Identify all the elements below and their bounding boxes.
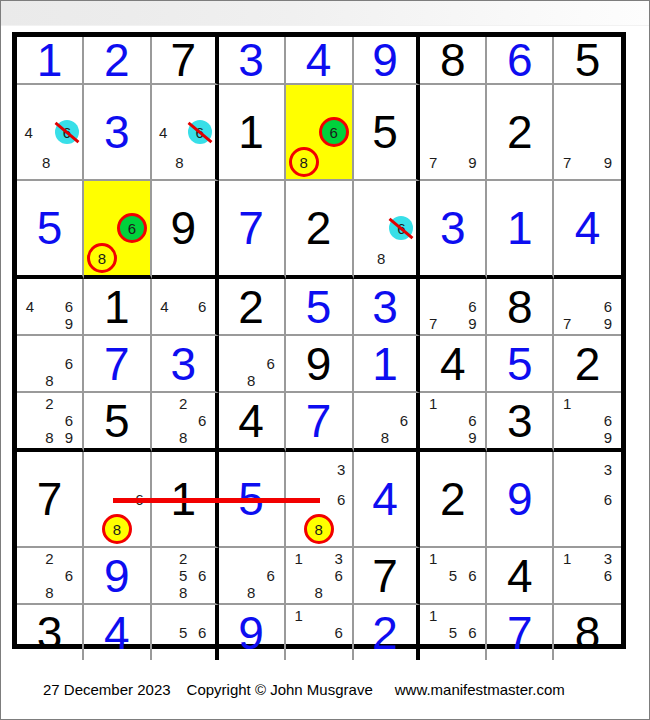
cell-r8c6[interactable]: 7 <box>354 548 421 605</box>
cell-value: 4 <box>238 398 264 444</box>
cell-r5c3[interactable]: 3 <box>152 336 219 393</box>
cell-value: 4 <box>306 37 332 83</box>
pencil-slot <box>357 412 376 429</box>
pencil-slot <box>117 183 147 213</box>
candidate-mark-elim: 6 <box>389 216 413 240</box>
cell-value: 4 <box>372 476 398 522</box>
pencil-slot <box>193 281 212 298</box>
pencil-slot <box>20 315 40 332</box>
pencil-slot <box>309 641 329 658</box>
footer-copyright: Copyright © John Musgrave <box>187 681 373 698</box>
pencil-slot <box>389 183 413 213</box>
cell-value: 1 <box>104 284 130 330</box>
pencil-slot: 9 <box>463 315 483 332</box>
pencil-slot: 8 <box>40 372 60 389</box>
cell-r3c5[interactable]: 2 <box>286 181 354 279</box>
cell-value: 9 <box>238 610 264 656</box>
pencil-slot: 6 <box>463 567 483 584</box>
cell-r2c3[interactable]: 468 <box>152 85 219 181</box>
cell-value: 7 <box>170 37 196 83</box>
pencil-slot <box>373 183 389 213</box>
pencil-slot: 8 <box>174 584 193 601</box>
pencil-slot: 6 <box>389 213 413 243</box>
pencil-slot: 8 <box>241 372 261 389</box>
cell-value: 7 <box>372 553 398 599</box>
pencil-slot <box>443 412 463 429</box>
pencil-marks: 156 <box>420 605 485 660</box>
pencil-slot <box>20 429 40 446</box>
pencil-slot <box>155 607 174 624</box>
pencil-slot: 6 <box>55 117 79 147</box>
pencil-slot <box>241 550 261 567</box>
cell-value: 4 <box>440 341 466 387</box>
pencil-slot: 7 <box>557 315 577 332</box>
cell-r5c8[interactable]: 5 <box>487 336 554 393</box>
pencil-slot <box>329 584 349 601</box>
cell-value: 8 <box>440 37 466 83</box>
cell-value: 3 <box>440 205 466 251</box>
pencil-slot <box>289 454 304 484</box>
pencil-slot <box>463 641 483 658</box>
pencil-slot: 6 <box>329 624 349 641</box>
pencil-slot: 4 <box>20 117 37 147</box>
cell-r2c5[interactable]: 68 <box>286 85 354 181</box>
pencil-marks: 68 <box>354 393 417 448</box>
cell-r2c8[interactable]: 2 <box>487 85 554 181</box>
cell-r2c1[interactable]: 468 <box>17 85 84 181</box>
cell-value: 7 <box>306 398 332 444</box>
cell-r4c8[interactable]: 8 <box>487 279 554 336</box>
cell-value: 9 <box>170 205 196 251</box>
pencil-slot <box>463 584 483 601</box>
cell-value: 5 <box>37 205 63 251</box>
pencil-slot <box>241 567 261 584</box>
pencil-slot <box>577 584 597 601</box>
pencil-slot <box>289 567 309 584</box>
pencil-marks: 679 <box>420 279 485 334</box>
pencil-slot: 6 <box>598 412 618 429</box>
cell-r4c9[interactable]: 679 <box>554 279 621 336</box>
pencil-slot <box>423 567 443 584</box>
pencil-slot <box>188 87 212 117</box>
pencil-slot <box>394 395 413 412</box>
cell-value: 2 <box>575 341 601 387</box>
pencil-slot: 5 <box>174 567 193 584</box>
cell-r7c6[interactable]: 4 <box>354 452 421 548</box>
cell-r9c2[interactable]: 4 <box>84 605 152 660</box>
pencil-slot <box>357 395 376 412</box>
pencil-slot <box>557 281 577 298</box>
cell-r8c7[interactable]: 156 <box>420 548 487 605</box>
pencil-slot <box>423 584 443 601</box>
pencil-slot <box>20 395 40 412</box>
cell-r7c7[interactable]: 2 <box>420 452 487 548</box>
cell-r1c4[interactable]: 3 <box>219 37 286 85</box>
pencil-slot <box>20 87 37 117</box>
pencil-slot <box>443 281 463 298</box>
cell-r2c2[interactable]: 3 <box>84 85 152 181</box>
pencil-slot: 9 <box>463 429 483 446</box>
candidate-mark-circle: 8 <box>87 243 117 273</box>
pencil-slot: 6 <box>319 117 349 147</box>
cell-value: 1 <box>37 37 63 83</box>
cell-r4c7[interactable]: 679 <box>420 279 487 336</box>
cell-r3c6[interactable]: 68 <box>354 181 421 279</box>
pencil-slot <box>577 315 597 332</box>
pencil-slot <box>174 412 193 429</box>
pencil-slot: 8 <box>373 243 389 273</box>
pencil-slot <box>155 550 174 567</box>
pencil-slot <box>394 429 413 446</box>
footer-website-link[interactable]: www.manifestmaster.com <box>395 681 565 698</box>
cell-r5c1[interactable]: 68 <box>17 336 84 393</box>
pencil-slot: 6 <box>598 484 618 514</box>
pencil-slot: 2 <box>174 550 193 567</box>
pencil-slot <box>577 147 597 177</box>
pencil-slot: 9 <box>59 315 79 332</box>
pencil-slot <box>59 281 79 298</box>
pencil-marks: 468 <box>152 85 215 179</box>
pencil-slot <box>598 87 618 117</box>
pencil-slot <box>557 298 577 315</box>
pencil-slot <box>171 87 187 117</box>
pencil-slot <box>577 429 597 446</box>
footer: 27 December 2023 Copyright © John Musgra… <box>43 681 649 698</box>
cell-value: 5 <box>104 398 130 444</box>
cell-r3c2[interactable]: 68 <box>84 181 152 279</box>
pencil-slot <box>222 584 242 601</box>
cell-r6c9[interactable]: 169 <box>554 393 621 452</box>
pencil-slot <box>463 281 483 298</box>
pencil-slot <box>193 641 212 658</box>
cell-r8c3[interactable]: 2568 <box>152 548 219 605</box>
pencil-slot <box>155 87 171 117</box>
pencil-slot: 5 <box>443 567 463 584</box>
pencil-slot <box>193 429 212 446</box>
pencil-slot <box>334 514 349 544</box>
pencil-slot <box>40 412 60 429</box>
pencil-slot: 3 <box>334 454 349 484</box>
cell-r7c1[interactable]: 7 <box>17 452 84 548</box>
cell-r8c9[interactable]: 136 <box>554 548 621 605</box>
cell-r2c7[interactable]: 79 <box>420 85 487 181</box>
cell-r2c6[interactable]: 5 <box>354 85 421 181</box>
pencil-slot <box>261 550 281 567</box>
candidate-mark-chain: 8 <box>304 514 334 544</box>
pencil-slot <box>20 412 40 429</box>
cell-value: 4 <box>575 205 601 251</box>
cell-r3c9[interactable]: 4 <box>554 181 621 279</box>
pencil-slot: 8 <box>171 147 187 177</box>
pencil-slot <box>174 281 193 298</box>
cell-r3c4[interactable]: 7 <box>219 181 286 279</box>
cell-r3c3[interactable]: 9 <box>152 181 219 279</box>
pencil-slot: 8 <box>376 429 395 446</box>
cell-r6c6[interactable]: 68 <box>354 393 421 452</box>
pencil-slot <box>598 584 618 601</box>
pencil-slot <box>357 213 373 243</box>
pencil-slot <box>598 281 618 298</box>
cell-r1c7[interactable]: 8 <box>420 37 487 85</box>
pencil-slot <box>376 395 395 412</box>
cell-r9c3[interactable]: 56 <box>152 605 219 660</box>
pencil-slot <box>319 87 349 117</box>
pencil-slot <box>37 117 54 147</box>
cell-r6c3[interactable]: 268 <box>152 393 219 452</box>
cell-r5c5[interactable]: 9 <box>286 336 354 393</box>
pencil-slot <box>155 395 174 412</box>
cell-value: 9 <box>104 553 130 599</box>
cell-r1c9[interactable]: 5 <box>554 37 621 85</box>
cell-value: 6 <box>507 37 533 83</box>
cell-value: 2 <box>306 205 332 251</box>
cell-value: 7 <box>507 610 533 656</box>
pencil-slot: 1 <box>289 550 309 567</box>
pencil-slot <box>155 641 174 658</box>
pencil-slot <box>222 550 242 567</box>
pencil-slot <box>20 550 40 567</box>
cell-r5c6[interactable]: 1 <box>354 336 421 393</box>
pencil-marks: 79 <box>554 85 621 179</box>
candidate-mark-circle: 8 <box>289 147 319 177</box>
pencil-slot <box>289 117 319 147</box>
pencil-slot <box>463 87 483 117</box>
cell-r4c5[interactable]: 5 <box>286 279 354 336</box>
pencil-slot <box>423 87 443 117</box>
pencil-slot <box>557 412 577 429</box>
pencil-slot <box>87 514 102 544</box>
candidate-mark-placed: 6 <box>319 117 349 147</box>
pencil-marks: 2689 <box>17 393 82 448</box>
cell-r9c1[interactable]: 3 <box>17 605 84 660</box>
pencil-slot: 9 <box>598 147 618 177</box>
pencil-slot: 9 <box>59 429 79 446</box>
cell-value: 5 <box>372 109 398 155</box>
pencil-slot <box>132 514 147 544</box>
cell-value: 2 <box>238 284 264 330</box>
pencil-slot <box>37 87 54 117</box>
pencil-slot <box>423 281 443 298</box>
pencil-slot <box>443 395 463 412</box>
cell-value: 3 <box>238 37 264 83</box>
pencil-slot <box>577 454 597 484</box>
cell-value: 3 <box>507 398 533 444</box>
pencil-slot: 8 <box>37 147 54 177</box>
cell-r6c4[interactable]: 4 <box>219 393 286 452</box>
cell-r8c5[interactable]: 1368 <box>286 548 354 605</box>
pencil-marks: 68 <box>219 336 284 391</box>
pencil-slot: 6 <box>463 412 483 429</box>
pencil-slot <box>171 117 187 147</box>
pencil-marks: 169 <box>554 393 621 448</box>
cell-r9c5[interactable]: 16 <box>286 605 354 660</box>
cell-r2c9[interactable]: 79 <box>554 85 621 181</box>
cell-r5c7[interactable]: 4 <box>420 336 487 393</box>
pencil-marks: 68 <box>219 548 284 603</box>
cell-value: 4 <box>104 610 130 656</box>
pencil-marks: 68 <box>84 181 150 275</box>
pencil-slot: 8 <box>289 147 319 177</box>
pencil-slot <box>309 624 329 641</box>
cell-r3c1[interactable]: 5 <box>17 181 84 279</box>
pencil-slot <box>87 183 117 213</box>
sudoku-board: 1273498654683468168579279568972683144691… <box>12 32 626 649</box>
pencil-slot <box>309 550 329 567</box>
pencil-slot: 6 <box>329 567 349 584</box>
pencil-slot: 6 <box>261 355 281 372</box>
pencil-slot: 6 <box>59 298 79 315</box>
pencil-marks: 136 <box>554 548 621 603</box>
pencil-slot <box>59 338 79 355</box>
pencil-slot: 3 <box>598 550 618 567</box>
pencil-slot <box>577 484 597 514</box>
pencil-slot: 1 <box>557 395 577 412</box>
pencil-slot: 2 <box>40 395 60 412</box>
pencil-slot <box>20 355 40 372</box>
pencil-marks: 469 <box>17 279 82 334</box>
pencil-slot <box>20 372 40 389</box>
pencil-slot <box>174 315 193 332</box>
cell-r9c8[interactable]: 7 <box>487 605 554 660</box>
pencil-slot: 4 <box>155 298 174 315</box>
cell-r9c9[interactable]: 8 <box>554 605 621 660</box>
chain-link-line <box>113 498 320 503</box>
pencil-slot <box>577 281 597 298</box>
cell-r4c6[interactable]: 3 <box>354 279 421 336</box>
pencil-slot <box>40 315 60 332</box>
pencil-marks: 79 <box>420 85 485 179</box>
candidate-mark-placed: 6 <box>117 213 147 243</box>
pencil-slot: 1 <box>423 607 443 624</box>
cell-r6c1[interactable]: 2689 <box>17 393 84 452</box>
cell-r4c2[interactable]: 1 <box>84 279 152 336</box>
pencil-slot <box>577 298 597 315</box>
cell-r4c3[interactable]: 46 <box>152 279 219 336</box>
cell-r1c6[interactable]: 9 <box>354 37 421 85</box>
pencil-slot <box>174 607 193 624</box>
pencil-slot: 6 <box>188 117 212 147</box>
cell-r9c6[interactable]: 2 <box>354 605 421 660</box>
cell-r1c8[interactable]: 6 <box>487 37 554 85</box>
cell-r4c4[interactable]: 2 <box>219 279 286 336</box>
cell-r8c8[interactable]: 4 <box>487 548 554 605</box>
pencil-marks: 268 <box>152 393 215 448</box>
cell-r1c3[interactable]: 7 <box>152 37 219 85</box>
cell-r4c1[interactable]: 469 <box>17 279 84 336</box>
cell-value: 2 <box>104 37 130 83</box>
cell-r6c8[interactable]: 3 <box>487 393 554 452</box>
pencil-slot <box>55 147 79 177</box>
pencil-slot <box>20 281 40 298</box>
pencil-slot <box>222 567 242 584</box>
cell-r6c7[interactable]: 169 <box>420 393 487 452</box>
pencil-slot <box>155 567 174 584</box>
cell-r5c4[interactable]: 68 <box>219 336 286 393</box>
pencil-slot <box>443 584 463 601</box>
pencil-marks: 16 <box>286 605 352 660</box>
pencil-slot: 8 <box>102 514 132 544</box>
pencil-slot <box>261 372 281 389</box>
pencil-slot <box>423 429 443 446</box>
cell-value: 1 <box>372 341 398 387</box>
cell-value: 5 <box>507 341 533 387</box>
pencil-slot <box>261 338 281 355</box>
pencil-slot: 3 <box>598 454 618 484</box>
cell-value: 9 <box>507 476 533 522</box>
pencil-slot <box>577 567 597 584</box>
cell-r7c8[interactable]: 9 <box>487 452 554 548</box>
pencil-slot <box>423 117 443 147</box>
cell-r8c4[interactable]: 68 <box>219 548 286 605</box>
cell-r9c4[interactable]: 9 <box>219 605 286 660</box>
pencil-slot: 8 <box>40 429 60 446</box>
pencil-slot: 7 <box>423 147 443 177</box>
pencil-slot <box>557 584 577 601</box>
cell-r6c5[interactable]: 7 <box>286 393 354 452</box>
pencil-slot <box>59 372 79 389</box>
pencil-slot <box>423 624 443 641</box>
cell-r1c1[interactable]: 1 <box>17 37 84 85</box>
pencil-slot <box>87 213 117 243</box>
pencil-marks: 156 <box>420 548 485 603</box>
cell-value: 4 <box>507 553 533 599</box>
pencil-slot <box>577 550 597 567</box>
pencil-slot: 8 <box>309 584 329 601</box>
pencil-slot: 6 <box>193 624 212 641</box>
pencil-slot: 2 <box>40 550 60 567</box>
pencil-slot <box>155 315 174 332</box>
cell-r5c9[interactable]: 2 <box>554 336 621 393</box>
pencil-slot: 9 <box>463 147 483 177</box>
cell-r6c2[interactable]: 5 <box>84 393 152 452</box>
cell-value: 3 <box>372 284 398 330</box>
cell-r2c4[interactable]: 1 <box>219 85 286 181</box>
pencil-slot <box>222 372 242 389</box>
pencil-slot <box>463 607 483 624</box>
pencil-slot <box>557 567 577 584</box>
cell-r8c1[interactable]: 268 <box>17 548 84 605</box>
pencil-slot: 6 <box>463 298 483 315</box>
pencil-slot <box>423 641 443 658</box>
pencil-slot <box>319 147 349 177</box>
pencil-slot <box>598 395 618 412</box>
cell-value: 1 <box>507 205 533 251</box>
pencil-slot: 6 <box>59 355 79 372</box>
pencil-slot <box>155 429 174 446</box>
pencil-slot <box>443 607 463 624</box>
cell-r8c2[interactable]: 9 <box>84 548 152 605</box>
cell-r3c8[interactable]: 1 <box>487 181 554 279</box>
pencil-slot <box>155 412 174 429</box>
pencil-slot <box>423 298 443 315</box>
cell-r5c2[interactable]: 7 <box>84 336 152 393</box>
cell-r3c7[interactable]: 3 <box>420 181 487 279</box>
cell-r7c9[interactable]: 36 <box>554 452 621 548</box>
footer-date: 27 December 2023 <box>43 681 171 698</box>
cell-r1c5[interactable]: 4 <box>286 37 354 85</box>
cell-r9c7[interactable]: 156 <box>420 605 487 660</box>
pencil-slot: 4 <box>20 298 40 315</box>
pencil-slot <box>443 550 463 567</box>
cell-value: 2 <box>372 610 398 656</box>
cell-r1c2[interactable]: 2 <box>84 37 152 85</box>
pencil-slot <box>577 412 597 429</box>
pencil-slot <box>289 624 309 641</box>
pencil-slot <box>40 567 60 584</box>
pencil-slot <box>241 355 261 372</box>
pencil-slot <box>443 429 463 446</box>
pencil-slot <box>577 117 597 147</box>
